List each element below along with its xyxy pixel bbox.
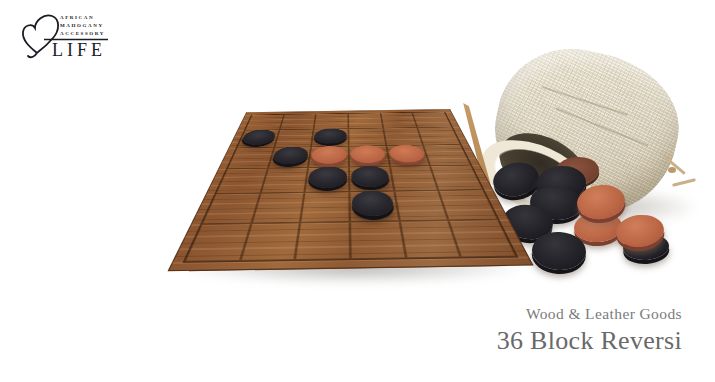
board-top-surface (167, 109, 533, 271)
board-cell-r1c4[interactable] (348, 113, 383, 129)
board-cell-r6c3[interactable] (295, 222, 350, 260)
logo-line3: ACCESSORY (60, 31, 105, 36)
red-disc[interactable] (388, 145, 427, 163)
board-cell-r5c3[interactable] (300, 192, 349, 223)
brand-logo: AFRICAN MAHOGANY ACCESSORY LIFE (16, 6, 120, 62)
board-grid (183, 112, 519, 263)
caption-block: Wood & Leather Goods 36 Block Reversi (497, 303, 682, 356)
board-cell-r3c4[interactable] (349, 146, 390, 167)
board-cell-r2c1[interactable] (237, 130, 280, 148)
board-cell-r2c6[interactable] (417, 127, 460, 145)
board-cell-r6c4[interactable] (350, 221, 406, 259)
board-cell-r6c6[interactable] (449, 220, 517, 258)
caption-subtitle: Wood & Leather Goods (497, 303, 682, 325)
board-cell-r6c2[interactable] (240, 223, 301, 261)
black-disc[interactable] (271, 146, 310, 164)
board-cell-r3c3[interactable] (308, 146, 349, 167)
logo-svg: AFRICAN MAHOGANY ACCESSORY LIFE (16, 6, 120, 62)
board-cell-r5c6[interactable] (439, 190, 498, 221)
logo-brand: LIFE (52, 40, 106, 60)
board-cell-r1c6[interactable] (412, 112, 452, 128)
board-cell-r5c2[interactable] (251, 192, 305, 223)
board-cell-r2c3[interactable] (311, 129, 348, 147)
board-cell-r4c4[interactable] (349, 166, 394, 191)
red-disc[interactable] (351, 145, 387, 163)
black-disc[interactable] (352, 190, 396, 216)
drawstring-knot (668, 167, 676, 173)
board-cell-r3c2[interactable] (268, 147, 312, 168)
red-disc[interactable] (311, 146, 347, 164)
black-disc[interactable] (351, 166, 391, 188)
board-cell-r1c3[interactable] (314, 114, 349, 130)
board-cell-r5c4[interactable] (349, 191, 399, 222)
board-cell-r4c6[interactable] (430, 165, 483, 190)
logo-line1: AFRICAN (60, 15, 94, 20)
board-cell-r1c1[interactable] (245, 115, 284, 131)
board-cell-r4c3[interactable] (305, 167, 350, 192)
board-cell-r3c1[interactable] (227, 147, 274, 168)
board-cell-r1c5[interactable] (380, 113, 417, 129)
board-cell-r2c2[interactable] (274, 129, 314, 147)
logo-line2: MAHOGANY (60, 23, 104, 28)
black-disc[interactable] (314, 128, 347, 144)
board-cell-r2c4[interactable] (348, 128, 386, 146)
black-disc[interactable] (240, 129, 278, 145)
board-cell-r2c5[interactable] (383, 128, 423, 146)
scattered-black-disc (622, 232, 670, 261)
reversi-board (185, 81, 514, 252)
board-cell-r3c6[interactable] (423, 145, 471, 166)
scattered-black-disc (531, 231, 587, 272)
product-photo-stage: AFRICAN MAHOGANY ACCESSORY LIFE Wood & L… (0, 0, 715, 382)
black-disc[interactable] (308, 166, 347, 188)
drawstring-cord-end (672, 178, 696, 187)
board-cell-r4c2[interactable] (260, 168, 308, 194)
product-title: 36 Block Reversi (497, 325, 682, 356)
board-cell-r1c2[interactable] (279, 114, 316, 130)
